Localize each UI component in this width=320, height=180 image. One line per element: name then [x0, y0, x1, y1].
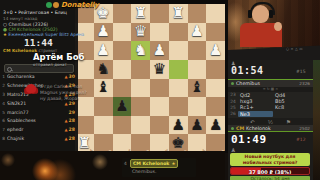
- chess-board[interactable]: ♚♜♜♟♛♟♟♞♟♟♞♛♝♝♟♟♟♟♜hgfed♚cba: [75, 4, 225, 153]
- standings-rank: 1: [0, 74, 7, 79]
- square-e2[interactable]: ♛: [131, 23, 150, 42]
- square-a2[interactable]: [206, 23, 225, 42]
- arena-clock: 11:44: [24, 37, 53, 48]
- square-e4[interactable]: [131, 60, 150, 79]
- square-c1[interactable]: ♜: [169, 4, 188, 23]
- square-a7[interactable]: ♟: [206, 116, 225, 135]
- black-pawn: ♟: [209, 118, 222, 133]
- square-f2[interactable]: [113, 23, 132, 42]
- donation-alert: Артём Боб отправил донат: [33, 52, 133, 67]
- white-move[interactable]: hxg3: [238, 98, 273, 104]
- goal-footer: Осталось: 54 дня: [230, 176, 310, 180]
- opponent-bar[interactable]: Chemibus 2326: [228, 80, 313, 87]
- trophy-icon: ★: [171, 161, 175, 166]
- headphone-cup-right: [269, 10, 273, 18]
- standings-score: 29: [69, 110, 75, 115]
- online-dot-icon: [231, 82, 234, 85]
- standings-score: 28: [69, 136, 75, 141]
- streak-flame-icon: ▲: [65, 118, 68, 123]
- room-sliver: [313, 60, 320, 180]
- stream-frame: ♚♜♜♟♛♟♟♞♟♟♞♛♝♝♟♟♟♟♜hgfed♚cba 3+0 • Рейти…: [0, 0, 320, 180]
- standings-score: 28: [69, 127, 75, 132]
- standings-score: 30: [69, 74, 75, 79]
- square-e7[interactable]: [131, 116, 150, 135]
- square-e1[interactable]: ♜: [131, 4, 150, 23]
- square-d4[interactable]: ♛: [150, 60, 169, 79]
- black-pawn: ♟: [190, 118, 203, 133]
- white-move[interactable]: Qd2: [238, 92, 273, 98]
- move-number: 26: [228, 111, 238, 116]
- square-c6[interactable]: [169, 97, 188, 116]
- square-f1[interactable]: [113, 4, 132, 23]
- square-c3[interactable]: [169, 41, 188, 60]
- mini-crosstable: 4 CM Kchelonok ★ Chemibus.: [122, 158, 196, 177]
- square-b6[interactable]: [188, 97, 207, 116]
- white-queen: ♛: [134, 24, 147, 39]
- takeback-button[interactable]: ↶: [250, 119, 255, 125]
- square-c4[interactable]: [169, 60, 188, 79]
- streak-flame-icon: ▲: [65, 136, 68, 141]
- donor-name: Артём Боб: [33, 52, 133, 62]
- white-move[interactable]: Rc1+: [238, 104, 273, 110]
- square-d7[interactable]: [150, 116, 169, 135]
- square-g7[interactable]: [94, 116, 113, 135]
- move-list[interactable]: ≡ ↻ ▦ × 23Qd2Qd424hxg3Bb525Rc1+Kc826Ne3: [228, 87, 313, 118]
- headphone-cup-left: [248, 10, 252, 18]
- standings-row[interactable]: 1Gocharenka▲30: [0, 73, 78, 82]
- square-f7[interactable]: [113, 116, 132, 135]
- opponent-rank-tag: #15: [296, 69, 306, 74]
- white-pawn: ♟: [190, 24, 203, 39]
- square-d3[interactable]: ♟: [150, 41, 169, 60]
- white-rook: ♜: [134, 6, 147, 21]
- square-d1[interactable]: [150, 4, 169, 23]
- black-move[interactable]: Qd4: [273, 92, 308, 98]
- game-info-sub: 14 минут назад: [3, 16, 38, 21]
- laptop-icons: ○×△▭: [286, 47, 304, 51]
- ticker-label: Donatelly: [61, 1, 99, 9]
- black-king: ♚: [171, 136, 184, 151]
- standings-score: 28: [69, 118, 75, 123]
- move-number: 24: [228, 99, 238, 104]
- streak-flame-icon: ▲: [65, 127, 68, 132]
- square-c7[interactable]: ♟: [169, 116, 188, 135]
- trophy-icon: ★: [3, 32, 7, 37]
- square-b5[interactable]: ♝: [188, 79, 207, 98]
- square-b1[interactable]: [188, 4, 207, 23]
- webcam-feed: ○×△▭: [228, 0, 320, 60]
- streak-flame-icon: ▲: [65, 74, 68, 79]
- streamer-hand: [274, 22, 282, 31]
- donation-progress-bar: 37 800 ₽ (38%): [230, 167, 310, 175]
- move-row: 26Ne3: [228, 111, 313, 117]
- square-b7[interactable]: ♟: [188, 116, 207, 135]
- white-pawn: ♟: [209, 43, 222, 58]
- square-a3[interactable]: ♟: [206, 41, 225, 60]
- ticker-avatar-icon: [46, 2, 52, 8]
- square-d2[interactable]: [150, 23, 169, 42]
- crosstable-player-highlight[interactable]: CM Kchelonok ★: [130, 159, 178, 168]
- white-knight: ♞: [134, 43, 147, 58]
- donor-subtext: отправил донат: [33, 62, 133, 67]
- draw-offer-button[interactable]: ½: [268, 119, 273, 125]
- game-info: 3+0 • Рейтинговая • Блиц: [3, 10, 67, 15]
- square-b2[interactable]: ♟: [188, 23, 207, 42]
- progress-label: 37 800 ₽ (38%): [231, 169, 309, 175]
- white-pawn: ♟: [96, 24, 109, 39]
- square-c5[interactable]: [169, 79, 188, 98]
- square-d5[interactable]: [150, 79, 169, 98]
- donation-ticker: Donatelly: [46, 1, 99, 9]
- resign-button[interactable]: ⚑: [286, 119, 291, 125]
- opponent-clock: 01:54: [231, 65, 264, 76]
- square-a6[interactable]: [206, 97, 225, 116]
- white-rook: ♜: [171, 6, 184, 21]
- move-number: 25: [228, 105, 238, 110]
- player-clock: 01:49: [231, 133, 267, 146]
- player-rank-tag: #12: [296, 137, 306, 142]
- black-bishop: ♝: [190, 80, 203, 95]
- game-actions: ↶½⚑: [228, 118, 313, 125]
- square-a5[interactable]: [206, 79, 225, 98]
- move-number: 23: [228, 92, 238, 97]
- black-queen: ♛: [153, 62, 166, 77]
- black-move[interactable]: Kc8: [273, 104, 308, 110]
- online-dot-icon: [231, 127, 234, 130]
- donation-goal-banner: Новый ноутбук для мобильных стримов?: [230, 153, 310, 166]
- square-c2[interactable]: [169, 23, 188, 42]
- move-row: 25Rc1+Kc8: [228, 104, 313, 110]
- square-a1[interactable]: [206, 4, 225, 23]
- black-pawn: ♟: [171, 118, 184, 133]
- chat-message: ну давай, Жора!: [40, 96, 140, 102]
- ticker-coin-icon: [53, 2, 59, 8]
- white-pawn: ♟: [153, 43, 166, 58]
- square-a4[interactable]: [206, 60, 225, 79]
- move-row: 24hxg3Bb5: [228, 98, 313, 104]
- square-g2[interactable]: ♟: [94, 23, 113, 42]
- black-player-line[interactable]: ● CM Kchelonok (2502): [3, 27, 58, 32]
- square-d6[interactable]: [150, 97, 169, 116]
- square-b3[interactable]: [188, 41, 207, 60]
- square-e3[interactable]: ♞: [131, 41, 150, 60]
- standings-player: Gocharenka: [7, 74, 65, 79]
- crosstable-opponent[interactable]: Chemibus.: [132, 169, 196, 174]
- square-b4[interactable]: [188, 60, 207, 79]
- white-move[interactable]: Ne3: [238, 111, 273, 117]
- chat-overlay: а где Carlsen, лолMagnus уже видел?ну да…: [40, 84, 140, 103]
- search-icon: [7, 67, 12, 72]
- black-move[interactable]: Bb5: [273, 98, 308, 104]
- player-bar[interactable]: CM Kchelonok 2502: [228, 125, 313, 132]
- game-panel: ♟ 01:54 #15 Chemibus 2326 ≡ ↻ ▦ × 23Qd2Q…: [228, 60, 313, 180]
- move-row: 23Qd2Qd4: [228, 92, 313, 98]
